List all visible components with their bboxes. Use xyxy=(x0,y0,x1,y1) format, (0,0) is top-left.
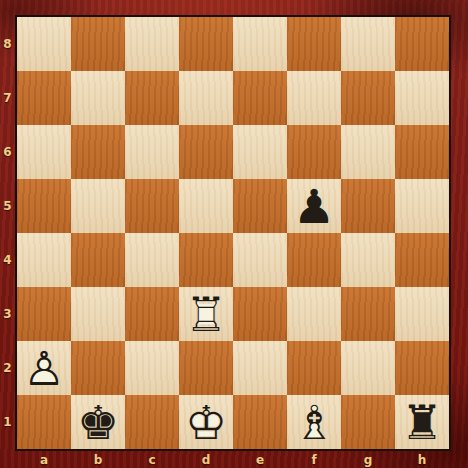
square-f3[interactable] xyxy=(287,287,341,341)
rank-label-8: 8 xyxy=(0,17,15,71)
file-label-c: c xyxy=(125,451,179,468)
square-c4[interactable] xyxy=(125,233,179,287)
file-label-f: f xyxy=(287,451,341,468)
square-h1[interactable]: ♜ xyxy=(395,395,449,449)
square-g6[interactable] xyxy=(341,125,395,179)
square-c2[interactable] xyxy=(125,341,179,395)
square-e5[interactable] xyxy=(233,179,287,233)
rank-label-6: 6 xyxy=(0,125,15,179)
square-f8[interactable] xyxy=(287,17,341,71)
rank-label-2: 2 xyxy=(0,341,15,395)
rank-label-5: 5 xyxy=(0,179,15,233)
square-f4[interactable] xyxy=(287,233,341,287)
square-a6[interactable] xyxy=(17,125,71,179)
square-d5[interactable] xyxy=(179,179,233,233)
square-f1[interactable]: ♝♗ xyxy=(287,395,341,449)
square-e8[interactable] xyxy=(233,17,287,71)
file-label-g: g xyxy=(341,451,395,468)
square-h2[interactable] xyxy=(395,341,449,395)
rank-label-7: 7 xyxy=(0,71,15,125)
piece-black-king-b1[interactable]: ♚ xyxy=(71,395,125,449)
square-a3[interactable] xyxy=(17,287,71,341)
square-c1[interactable] xyxy=(125,395,179,449)
chessboard-screenshot: ♟♜♖♟♙♚♚♔♝♗♜ 87654321abcdefgh xyxy=(0,0,468,468)
piece-white-pawn-a2[interactable]: ♟♙ xyxy=(17,341,71,395)
square-c8[interactable] xyxy=(125,17,179,71)
square-e6[interactable] xyxy=(233,125,287,179)
square-b8[interactable] xyxy=(71,17,125,71)
square-g3[interactable] xyxy=(341,287,395,341)
square-h4[interactable] xyxy=(395,233,449,287)
rank-label-1: 1 xyxy=(0,395,15,449)
square-f7[interactable] xyxy=(287,71,341,125)
rank-label-3: 3 xyxy=(0,287,15,341)
piece-white-bishop-f1[interactable]: ♝♗ xyxy=(287,395,341,449)
square-d6[interactable] xyxy=(179,125,233,179)
square-b4[interactable] xyxy=(71,233,125,287)
square-a8[interactable] xyxy=(17,17,71,71)
square-a4[interactable] xyxy=(17,233,71,287)
chess-board: ♟♜♖♟♙♚♚♔♝♗♜ xyxy=(15,15,451,451)
square-b3[interactable] xyxy=(71,287,125,341)
file-label-a: a xyxy=(17,451,71,468)
piece-glyph: ♜ xyxy=(395,395,449,449)
square-c5[interactable] xyxy=(125,179,179,233)
square-g7[interactable] xyxy=(341,71,395,125)
square-e2[interactable] xyxy=(233,341,287,395)
square-d4[interactable] xyxy=(179,233,233,287)
square-g4[interactable] xyxy=(341,233,395,287)
piece-glyph: ♚ xyxy=(71,395,125,449)
square-e3[interactable] xyxy=(233,287,287,341)
square-h5[interactable] xyxy=(395,179,449,233)
piece-black-pawn-f5[interactable]: ♟ xyxy=(287,179,341,233)
square-d2[interactable] xyxy=(179,341,233,395)
piece-outline-glyph: ♙ xyxy=(17,341,71,395)
square-c3[interactable] xyxy=(125,287,179,341)
square-h3[interactable] xyxy=(395,287,449,341)
square-g1[interactable] xyxy=(341,395,395,449)
square-e4[interactable] xyxy=(233,233,287,287)
square-d7[interactable] xyxy=(179,71,233,125)
square-b1[interactable]: ♚ xyxy=(71,395,125,449)
piece-outline-glyph: ♖ xyxy=(179,287,233,341)
square-f6[interactable] xyxy=(287,125,341,179)
square-a7[interactable] xyxy=(17,71,71,125)
square-d1[interactable]: ♚♔ xyxy=(179,395,233,449)
file-label-h: h xyxy=(395,451,449,468)
square-b5[interactable] xyxy=(71,179,125,233)
square-f2[interactable] xyxy=(287,341,341,395)
square-h6[interactable] xyxy=(395,125,449,179)
square-g8[interactable] xyxy=(341,17,395,71)
square-d3[interactable]: ♜♖ xyxy=(179,287,233,341)
piece-white-rook-d3[interactable]: ♜♖ xyxy=(179,287,233,341)
square-g2[interactable] xyxy=(341,341,395,395)
square-d8[interactable] xyxy=(179,17,233,71)
square-g5[interactable] xyxy=(341,179,395,233)
square-f5[interactable]: ♟ xyxy=(287,179,341,233)
piece-outline-glyph: ♔ xyxy=(179,395,233,449)
square-e7[interactable] xyxy=(233,71,287,125)
square-c7[interactable] xyxy=(125,71,179,125)
file-label-b: b xyxy=(71,451,125,468)
square-e1[interactable] xyxy=(233,395,287,449)
square-h7[interactable] xyxy=(395,71,449,125)
file-label-d: d xyxy=(179,451,233,468)
piece-white-king-d1[interactable]: ♚♔ xyxy=(179,395,233,449)
file-label-e: e xyxy=(233,451,287,468)
square-a1[interactable] xyxy=(17,395,71,449)
square-b6[interactable] xyxy=(71,125,125,179)
square-b7[interactable] xyxy=(71,71,125,125)
square-b2[interactable] xyxy=(71,341,125,395)
piece-black-rook-h1[interactable]: ♜ xyxy=(395,395,449,449)
square-a5[interactable] xyxy=(17,179,71,233)
piece-glyph: ♟ xyxy=(287,179,341,233)
square-h8[interactable] xyxy=(395,17,449,71)
piece-outline-glyph: ♗ xyxy=(287,395,341,449)
square-a2[interactable]: ♟♙ xyxy=(17,341,71,395)
square-c6[interactable] xyxy=(125,125,179,179)
rank-label-4: 4 xyxy=(0,233,15,287)
